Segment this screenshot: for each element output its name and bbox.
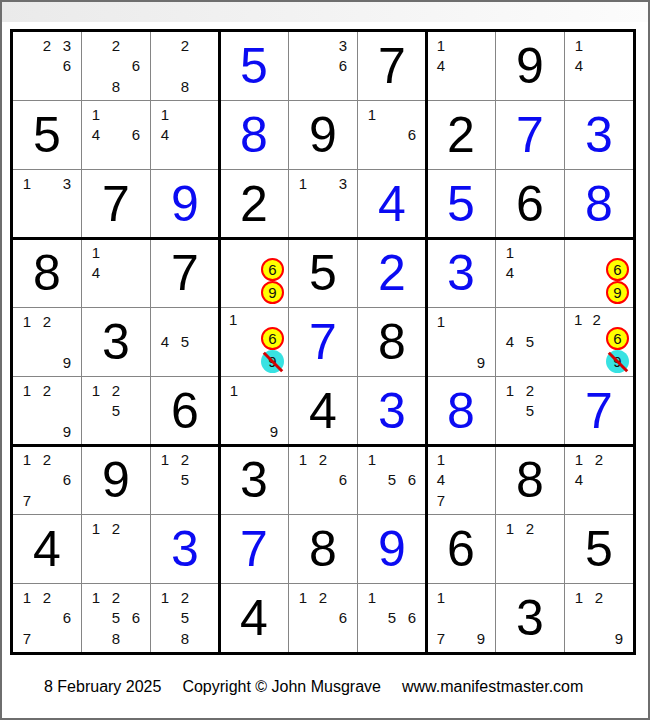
pencil-mark: 2 <box>175 449 195 470</box>
pencil-grid: 12 <box>82 515 150 583</box>
pencil-mark: 4 <box>86 263 106 284</box>
pencil-mark: 2 <box>106 518 126 539</box>
pencil-grid: 125 <box>496 377 564 445</box>
cell-r7c7[interactable]: 147 <box>427 446 495 514</box>
given-digit: 8 <box>358 308 426 376</box>
pencil-mark: 9 <box>57 421 77 442</box>
sudoku-board: 2362682853671491451461489162731379213456… <box>10 29 636 655</box>
pencil-mark: 1 <box>224 311 243 327</box>
pencil-mark: 6 <box>57 470 77 491</box>
pencil-mark: 9 <box>606 281 629 304</box>
cell-r6c5[interactable]: 4 <box>289 377 357 445</box>
solved-digit: 4 <box>358 170 426 238</box>
cell-r5c9[interactable]: 1269 <box>565 308 633 376</box>
highlighted-candidate: 9 <box>606 281 629 304</box>
cell-r9c8[interactable]: 3 <box>496 584 564 652</box>
pencil-grid: 1267 <box>13 446 81 514</box>
pencil-mark: 6 <box>126 56 146 77</box>
cell-r3c3[interactable]: 9 <box>151 170 219 238</box>
cell-r8c7[interactable]: 6 <box>427 515 495 583</box>
pencil-mark: 6 <box>261 258 284 281</box>
cell-r9c5[interactable]: 126 <box>289 584 357 652</box>
pencil-mark: 1 <box>569 449 589 470</box>
pencil-mark: 1 <box>500 518 520 539</box>
pencil-grid: 146 <box>82 101 150 169</box>
solved-digit: 8 <box>427 377 495 445</box>
pencil-grid: 69 <box>565 239 633 307</box>
pencil-mark: 1 <box>155 104 175 125</box>
given-digit: 7 <box>82 170 150 238</box>
given-digit: 3 <box>82 308 150 376</box>
highlighted-candidate: 6 <box>606 258 629 281</box>
pencil-mark: 6 <box>333 608 353 629</box>
given-digit: 8 <box>496 446 564 514</box>
given-digit: 4 <box>289 377 357 445</box>
pencil-mark: 1 <box>569 35 589 56</box>
pencil-mark: 6 <box>126 608 146 629</box>
solved-digit: 3 <box>427 239 495 307</box>
cell-r1c3[interactable]: 28 <box>151 32 219 100</box>
cell-r1c1[interactable]: 236 <box>13 32 81 100</box>
pencil-grid: 179 <box>427 584 495 652</box>
pencil-mark: 1 <box>17 173 37 194</box>
given-digit: 5 <box>289 239 357 307</box>
pencil-grid: 36 <box>289 32 357 100</box>
cell-r4c3[interactable]: 7 <box>151 239 219 307</box>
solved-digit: 7 <box>496 101 564 169</box>
cell-r7c9[interactable]: 124 <box>565 446 633 514</box>
pencil-mark: 4 <box>431 56 451 77</box>
cell-r5c2[interactable]: 3 <box>82 308 150 376</box>
pencil-mark: 1 <box>17 311 37 332</box>
cell-r7c1[interactable]: 1267 <box>13 446 81 514</box>
cell-r5c6[interactable]: 8 <box>358 308 426 376</box>
pencil-mark: 1 <box>431 35 451 56</box>
pencil-mark: 1 <box>17 449 37 470</box>
pencil-mark: 5 <box>175 470 195 491</box>
pencil-mark: 1 <box>500 380 520 401</box>
pencil-grid: 45 <box>496 308 564 376</box>
footer: 8 February 2025Copyright © John Musgrave… <box>44 678 604 696</box>
given-digit: 2 <box>220 170 288 238</box>
cell-r7c5[interactable]: 126 <box>289 446 357 514</box>
pencil-grid: 14 <box>565 32 633 100</box>
cell-r6c3[interactable]: 6 <box>151 377 219 445</box>
highlighted-candidate: 6 <box>606 327 629 350</box>
pencil-grid: 19 <box>220 377 288 445</box>
pencil-mark: 8 <box>175 628 195 649</box>
pencil-mark: 2 <box>106 35 126 56</box>
pencil-mark: 3 <box>333 35 353 56</box>
pencil-mark: 1 <box>86 518 106 539</box>
solved-digit: 5 <box>427 170 495 238</box>
footer-date: 8 February 2025 <box>44 678 161 695</box>
pencil-mark: 4 <box>155 125 175 146</box>
pencil-mark: 1 <box>86 242 106 263</box>
solved-digit: 8 <box>220 101 288 169</box>
pencil-mark: 2 <box>313 587 333 608</box>
pencil-mark: 5 <box>382 470 402 491</box>
pencil-mark: 1 <box>362 449 382 470</box>
pencil-grid: 236 <box>13 32 81 100</box>
cell-r3c8[interactable]: 6 <box>496 170 564 238</box>
cell-r8c1[interactable]: 4 <box>13 515 81 583</box>
solved-digit: 7 <box>289 308 357 376</box>
pencil-mark: 1 <box>86 104 106 125</box>
given-digit: 7 <box>151 239 219 307</box>
cell-r6c9[interactable]: 7 <box>565 377 633 445</box>
cell-r4c7[interactable]: 3 <box>427 239 495 307</box>
cell-r2c1[interactable]: 5 <box>13 101 81 169</box>
pencil-mark: 2 <box>175 587 195 608</box>
pencil-grid: 125 <box>82 377 150 445</box>
pencil-mark: 6 <box>261 327 284 350</box>
cell-r7c4[interactable]: 3 <box>220 446 288 514</box>
given-digit: 2 <box>427 101 495 169</box>
pencil-mark: 4 <box>86 125 106 146</box>
pencil-grid: 126 <box>289 446 357 514</box>
cell-r6c4[interactable]: 19 <box>220 377 288 445</box>
pencil-mark: 1 <box>569 587 589 608</box>
given-digit: 6 <box>427 515 495 583</box>
pencil-mark: 4 <box>155 332 175 353</box>
footer-website: www.manifestmaster.com <box>402 678 583 695</box>
given-digit: 4 <box>13 515 81 583</box>
pencil-mark: 6 <box>57 608 77 629</box>
pencil-mark: 8 <box>175 76 195 97</box>
solved-digit: 5 <box>220 32 288 100</box>
cell-r3c7[interactable]: 5 <box>427 170 495 238</box>
pencil-mark: 2 <box>520 518 540 539</box>
pencil-mark: 5 <box>106 608 126 629</box>
pencil-mark: 1 <box>86 380 106 401</box>
pencil-mark: 5 <box>175 608 195 629</box>
cell-r1c6[interactable]: 7 <box>358 32 426 100</box>
cell-r6c7[interactable]: 8 <box>427 377 495 445</box>
eliminated-candidate: 9 <box>261 350 284 373</box>
pencil-mark: 2 <box>175 35 195 56</box>
cell-r5c8[interactable]: 45 <box>496 308 564 376</box>
pencil-grid: 156 <box>358 446 426 514</box>
cell-r4c4[interactable]: 69 <box>220 239 288 307</box>
pencil-grid: 169 <box>220 308 288 376</box>
cell-r5c5[interactable]: 7 <box>289 308 357 376</box>
pencil-mark: 6 <box>57 56 77 77</box>
pencil-grid: 1269 <box>565 308 633 376</box>
cell-r2c6[interactable]: 16 <box>358 101 426 169</box>
given-digit: 8 <box>13 239 81 307</box>
cell-r7c3[interactable]: 125 <box>151 446 219 514</box>
solved-digit: 7 <box>220 515 288 583</box>
given-digit: 7 <box>358 32 426 100</box>
given-digit: 5 <box>13 101 81 169</box>
pencil-grid: 124 <box>565 446 633 514</box>
cell-r1c8[interactable]: 9 <box>496 32 564 100</box>
solved-digit: 8 <box>565 170 633 238</box>
cell-r8c5[interactable]: 8 <box>289 515 357 583</box>
cell-r7c6[interactable]: 156 <box>358 446 426 514</box>
solved-digit: 3 <box>358 377 426 445</box>
cell-r2c3[interactable]: 14 <box>151 101 219 169</box>
pencil-grid: 16 <box>358 101 426 169</box>
cell-r3c2[interactable]: 7 <box>82 170 150 238</box>
cell-r9c6[interactable]: 156 <box>358 584 426 652</box>
pencil-mark: 1 <box>362 587 382 608</box>
box-divider <box>13 444 633 447</box>
pencil-grid: 129 <box>13 377 81 445</box>
pencil-mark: 1 <box>431 449 451 470</box>
cell-r2c9[interactable]: 3 <box>565 101 633 169</box>
pencil-mark: 2 <box>588 311 607 327</box>
highlighted-candidate: 6 <box>261 258 284 281</box>
pencil-mark: 1 <box>155 587 175 608</box>
pencil-mark: 1 <box>86 587 106 608</box>
pencil-grid: 14 <box>427 32 495 100</box>
pencil-mark: 1 <box>431 587 451 608</box>
given-digit: 9 <box>82 446 150 514</box>
pencil-mark: 2 <box>589 449 609 470</box>
pencil-grid: 13 <box>13 170 81 238</box>
pencil-mark: 5 <box>382 608 402 629</box>
cell-r1c2[interactable]: 268 <box>82 32 150 100</box>
pencil-mark: 1 <box>17 380 37 401</box>
pencil-mark: 2 <box>313 449 333 470</box>
pencil-mark: 3 <box>57 35 77 56</box>
pencil-mark: 3 <box>333 173 353 194</box>
pencil-mark: 3 <box>57 173 77 194</box>
cell-r8c8[interactable]: 12 <box>496 515 564 583</box>
pencil-mark: 4 <box>431 470 451 491</box>
pencil-mark: 1 <box>431 311 451 332</box>
pencil-grid: 12568 <box>82 584 150 652</box>
box-divider <box>218 32 221 652</box>
pencil-mark: 6 <box>333 470 353 491</box>
given-digit: 5 <box>565 515 633 583</box>
box-divider <box>13 237 633 240</box>
solved-digit: 3 <box>565 101 633 169</box>
solved-digit: 7 <box>565 377 633 445</box>
cell-r6c6[interactable]: 3 <box>358 377 426 445</box>
pencil-grid: 12 <box>496 515 564 583</box>
pencil-mark: 6 <box>402 470 422 491</box>
cell-r1c5[interactable]: 36 <box>289 32 357 100</box>
pencil-mark: 1 <box>362 104 382 125</box>
cell-r9c9[interactable]: 129 <box>565 584 633 652</box>
cell-r1c9[interactable]: 14 <box>565 32 633 100</box>
solved-digit: 9 <box>358 515 426 583</box>
cell-r4c6[interactable]: 2 <box>358 239 426 307</box>
eliminated-candidate: 9 <box>606 350 629 373</box>
cell-r3c1[interactable]: 13 <box>13 170 81 238</box>
pencil-mark: 1 <box>293 173 313 194</box>
cell-r7c8[interactable]: 8 <box>496 446 564 514</box>
cell-r6c8[interactable]: 125 <box>496 377 564 445</box>
pencil-mark: 2 <box>37 380 57 401</box>
pencil-mark: 9 <box>606 350 629 373</box>
pencil-grid: 69 <box>220 239 288 307</box>
cell-r3c4[interactable]: 2 <box>220 170 288 238</box>
pencil-grid: 129 <box>565 584 633 652</box>
cell-r8c4[interactable]: 7 <box>220 515 288 583</box>
cell-r4c2[interactable]: 14 <box>82 239 150 307</box>
cell-r9c7[interactable]: 179 <box>427 584 495 652</box>
given-digit: 4 <box>220 584 288 652</box>
pencil-grid: 19 <box>427 308 495 376</box>
pencil-mark: 6 <box>402 125 422 146</box>
pencil-mark: 9 <box>261 281 284 304</box>
cell-r5c3[interactable]: 45 <box>151 308 219 376</box>
cell-r2c8[interactable]: 7 <box>496 101 564 169</box>
cell-r8c2[interactable]: 12 <box>82 515 150 583</box>
cell-r8c6[interactable]: 9 <box>358 515 426 583</box>
cell-r2c5[interactable]: 9 <box>289 101 357 169</box>
cell-r2c4[interactable]: 8 <box>220 101 288 169</box>
pencil-mark: 1 <box>500 242 520 263</box>
pencil-mark: 5 <box>175 332 195 353</box>
sudoku-page: 2362682853671491451461489162731379213456… <box>0 0 650 720</box>
pencil-mark: 8 <box>106 628 126 649</box>
cell-r4c9[interactable]: 69 <box>565 239 633 307</box>
given-digit: 6 <box>496 170 564 238</box>
pencil-mark: 9 <box>471 352 491 373</box>
pencil-mark: 9 <box>264 421 284 442</box>
pencil-mark: 1 <box>569 311 588 327</box>
pencil-mark: 4 <box>500 263 520 284</box>
pencil-mark: 1 <box>17 587 37 608</box>
cell-r9c3[interactable]: 1258 <box>151 584 219 652</box>
pencil-grid: 126 <box>289 584 357 652</box>
cell-r4c8[interactable]: 14 <box>496 239 564 307</box>
pencil-mark: 7 <box>431 490 451 511</box>
cell-r8c3[interactable]: 3 <box>151 515 219 583</box>
cell-r1c7[interactable]: 14 <box>427 32 495 100</box>
pencil-mark: 2 <box>37 587 57 608</box>
pencil-mark: 7 <box>17 490 37 511</box>
solved-digit: 9 <box>151 170 219 238</box>
pencil-mark: 7 <box>431 628 451 649</box>
cell-r2c2[interactable]: 146 <box>82 101 150 169</box>
pencil-mark: 7 <box>17 628 37 649</box>
cell-r5c4[interactable]: 169 <box>220 308 288 376</box>
pencil-grid: 45 <box>151 308 219 376</box>
pencil-grid: 1267 <box>13 584 81 652</box>
cell-r4c5[interactable]: 5 <box>289 239 357 307</box>
solved-digit: 2 <box>358 239 426 307</box>
pencil-mark: 1 <box>293 587 313 608</box>
cell-r3c6[interactable]: 4 <box>358 170 426 238</box>
pencil-mark: 2 <box>106 380 126 401</box>
pencil-mark: 4 <box>569 470 589 491</box>
pencil-grid: 1258 <box>151 584 219 652</box>
pencil-grid: 14 <box>82 239 150 307</box>
cell-r5c7[interactable]: 19 <box>427 308 495 376</box>
given-digit: 9 <box>496 32 564 100</box>
pencil-mark: 6 <box>126 125 146 146</box>
pencil-mark: 6 <box>402 608 422 629</box>
pencil-grid: 13 <box>289 170 357 238</box>
cell-r6c1[interactable]: 129 <box>13 377 81 445</box>
pencil-mark: 5 <box>520 332 540 353</box>
highlighted-candidate: 6 <box>261 327 284 350</box>
pencil-mark: 9 <box>261 350 284 373</box>
pencil-mark: 2 <box>37 311 57 332</box>
highlighted-candidate: 9 <box>261 281 284 304</box>
cell-r9c2[interactable]: 12568 <box>82 584 150 652</box>
pencil-mark: 6 <box>333 56 353 77</box>
pencil-mark: 5 <box>520 401 540 422</box>
pencil-mark: 2 <box>589 587 609 608</box>
pencil-grid: 14 <box>151 101 219 169</box>
pencil-mark: 4 <box>500 332 520 353</box>
given-digit: 8 <box>289 515 357 583</box>
cell-r9c1[interactable]: 1267 <box>13 584 81 652</box>
pencil-mark: 1 <box>155 449 175 470</box>
pencil-mark: 9 <box>471 628 491 649</box>
cell-r9c4[interactable]: 4 <box>220 584 288 652</box>
pencil-mark: 2 <box>37 35 57 56</box>
pencil-grid: 268 <box>82 32 150 100</box>
cell-r7c2[interactable]: 9 <box>82 446 150 514</box>
cell-r2c7[interactable]: 2 <box>427 101 495 169</box>
pencil-mark: 6 <box>606 258 629 281</box>
pencil-mark: 2 <box>37 449 57 470</box>
pencil-grid: 14 <box>496 239 564 307</box>
given-digit: 9 <box>289 101 357 169</box>
pencil-mark: 1 <box>224 380 244 401</box>
pencil-grid: 129 <box>13 308 81 376</box>
given-digit: 3 <box>220 446 288 514</box>
window-top-bar <box>2 2 648 22</box>
cell-r3c9[interactable]: 8 <box>565 170 633 238</box>
given-digit: 3 <box>496 584 564 652</box>
pencil-grid: 28 <box>151 32 219 100</box>
cell-r8c9[interactable]: 5 <box>565 515 633 583</box>
cell-r1c4[interactable]: 5 <box>220 32 288 100</box>
pencil-mark: 5 <box>106 401 126 422</box>
pencil-mark: 2 <box>106 587 126 608</box>
pencil-mark: 2 <box>520 380 540 401</box>
given-digit: 6 <box>151 377 219 445</box>
pencil-grid: 125 <box>151 446 219 514</box>
solved-digit: 3 <box>151 515 219 583</box>
cell-r3c5[interactable]: 13 <box>289 170 357 238</box>
pencil-grid: 156 <box>358 584 426 652</box>
cell-r4c1[interactable]: 8 <box>13 239 81 307</box>
pencil-mark: 9 <box>609 628 629 649</box>
box-divider <box>425 32 428 652</box>
pencil-mark: 4 <box>569 56 589 77</box>
pencil-mark: 1 <box>293 449 313 470</box>
pencil-mark: 8 <box>106 76 126 97</box>
footer-copyright: Copyright © John Musgrave <box>182 678 381 695</box>
pencil-mark: 6 <box>606 327 629 350</box>
cell-r5c1[interactable]: 129 <box>13 308 81 376</box>
pencil-grid: 147 <box>427 446 495 514</box>
pencil-mark: 9 <box>57 352 77 373</box>
cell-r6c2[interactable]: 125 <box>82 377 150 445</box>
